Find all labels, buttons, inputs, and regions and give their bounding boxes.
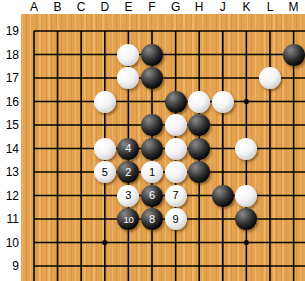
white-stone-D16 [94,91,116,113]
column-label: K [242,0,250,14]
white-stone-G13 [165,161,187,183]
black-stone-K11 [235,208,257,230]
black-stone-E14: 4 [117,138,139,160]
row-label: 16 [0,95,19,109]
column-label: G [171,0,180,14]
white-stone-D13: 5 [94,161,116,183]
black-stone-F12: 6 [141,185,163,207]
white-stone-E12: 3 [117,185,139,207]
black-stone-F14 [141,138,163,160]
column-label: J [220,0,226,14]
column-label: C [77,0,86,14]
white-stone-E17 [117,67,139,89]
white-stone-K12 [235,185,257,207]
column-label: H [195,0,204,14]
move-number-label: 9 [173,214,179,225]
row-label: 12 [0,189,19,203]
goban[interactable]: 45213671089 [21,14,305,281]
black-stone-E11: 10 [117,208,139,230]
move-number-label: 4 [125,143,131,154]
black-stone-F17 [141,67,163,89]
row-label: 15 [0,118,19,132]
black-stone-H13 [188,161,210,183]
black-stone-H14 [188,138,210,160]
move-number-label: 7 [173,190,179,201]
row-label: 9 [0,259,19,273]
column-label: E [124,0,132,14]
column-label: A [30,0,38,14]
white-stone-D14 [94,138,116,160]
black-stone-M18 [283,44,305,66]
white-stone-G11: 9 [165,208,187,230]
black-stone-J12 [212,185,234,207]
move-number-label: 8 [149,214,155,225]
column-label: B [54,0,62,14]
white-stone-L17 [259,67,281,89]
black-stone-F15 [141,114,163,136]
move-number-label: 6 [149,190,155,201]
row-label: 19 [0,24,19,38]
column-label: F [148,0,155,14]
white-stone-G12: 7 [165,185,187,207]
row-label: 11 [0,212,19,226]
row-label: 18 [0,48,19,62]
row-label: 14 [0,142,19,156]
row-label: 17 [0,71,19,85]
move-number-label: 2 [125,167,131,178]
white-stone-G14 [165,138,187,160]
row-label: 13 [0,165,19,179]
white-stone-J16 [212,91,234,113]
black-stone-G16 [165,91,187,113]
move-number-label: 1 [149,167,155,178]
white-stone-F13: 1 [141,161,163,183]
white-stone-K14 [235,138,257,160]
white-stone-E18 [117,44,139,66]
column-label: M [289,0,299,14]
black-stone-F11: 8 [141,208,163,230]
black-stone-F18 [141,44,163,66]
black-stone-H15 [188,114,210,136]
move-number-label: 5 [102,167,108,178]
column-label: L [267,0,274,14]
white-stone-H16 [188,91,210,113]
column-label: D [100,0,109,14]
stones-layer: 45213671089 [21,14,305,281]
row-label: 10 [0,236,19,250]
white-stone-G15 [165,114,187,136]
move-number-label: 3 [125,190,131,201]
move-number-label: 10 [124,214,134,225]
go-board-app: ABCDEFGHJKLM 191817161514131211109 45213… [0,0,305,281]
black-stone-E13: 2 [117,161,139,183]
